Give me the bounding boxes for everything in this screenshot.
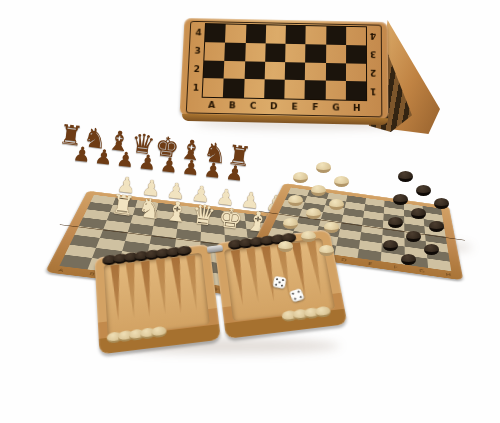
light-checker [301, 231, 316, 242]
square-D2 [264, 61, 285, 80]
light-checker [334, 176, 349, 187]
chess-piece-light: ♞ [136, 193, 163, 223]
rank-label: 4 [195, 27, 202, 37]
square-E1 [284, 80, 305, 99]
square-B4 [225, 24, 246, 42]
light-checker [288, 195, 303, 206]
chess-piece-light: ♝ [163, 197, 190, 227]
dark-checker [424, 244, 439, 255]
light-checker [306, 208, 321, 219]
backgammon-tray-left [94, 244, 221, 355]
square-D1 [264, 80, 285, 99]
square-H3 [346, 45, 366, 64]
chess-piece-dark: ♟ [203, 159, 223, 181]
square-F2 [305, 62, 326, 81]
backgammon-point [231, 250, 248, 308]
chess-piece-light: ♛ [190, 200, 217, 230]
backgammon-points-left [104, 253, 210, 337]
file-label: H [346, 101, 367, 115]
rank-label: 2 [194, 64, 201, 74]
square-A3 [204, 42, 225, 60]
square-D3 [265, 43, 286, 62]
light-checker [293, 172, 308, 183]
die-1 [273, 276, 287, 289]
square-B2 [224, 60, 245, 79]
die-pip [299, 296, 302, 299]
square-H1 [346, 81, 366, 100]
rank-label-mirrored: 4 [370, 31, 376, 41]
folded-board-grid [202, 23, 367, 101]
square-F3 [305, 44, 325, 63]
square-E2 [285, 62, 306, 81]
square-G4 [326, 26, 346, 44]
square-B3 [225, 42, 246, 61]
backgammon-point [186, 255, 201, 313]
dark-checker [434, 198, 449, 209]
chess-piece-dark: ♟ [159, 154, 179, 176]
rank-label: 3 [194, 46, 201, 56]
backgammon-trays [94, 229, 347, 354]
dark-checker [429, 221, 444, 232]
dark-checker [393, 194, 408, 205]
light-checker [316, 162, 331, 173]
light-checker [283, 218, 298, 229]
chess-piece-light: ♜ [109, 190, 136, 220]
backgammon-point [156, 259, 170, 317]
backgammon-point [141, 261, 155, 319]
backgammon-point [246, 248, 263, 306]
light-checker [319, 245, 334, 256]
rim-file-label: A [57, 268, 64, 273]
rank-label: 1 [193, 83, 200, 93]
backgammon-point [171, 257, 186, 315]
chess-piece-dark: ♟ [115, 148, 135, 170]
square-D4 [265, 25, 285, 43]
dark-checker [398, 171, 413, 182]
dark-checker [401, 254, 416, 265]
chess-piece-dark: ♟ [225, 162, 245, 184]
square-C3 [245, 43, 266, 62]
square-G3 [326, 44, 346, 63]
square-C4 [245, 25, 266, 43]
square-G2 [325, 63, 345, 82]
square-E4 [286, 26, 306, 44]
dark-checker [388, 217, 403, 228]
square-H4 [346, 27, 366, 45]
backgammon-point [111, 265, 124, 323]
rank-label-mirrored: 1 [370, 87, 376, 97]
chess-piece-dark: ♟ [72, 143, 92, 165]
square-A2 [204, 60, 225, 79]
chess-piece-dark: ♟ [181, 156, 201, 178]
light-checker [329, 199, 344, 210]
chess-piece-dark: ♟ [137, 151, 157, 173]
backgammon-point [261, 246, 279, 304]
product-photo-scene: 4321 4321 ABCDEFGH ABCDEFGH ♜♞♝♛♚♝♞♜ ♟♟♟… [0, 0, 500, 423]
light-backgammon-checker [151, 326, 167, 338]
square-C2 [244, 61, 265, 80]
light-checker [278, 241, 293, 252]
dark-checker [416, 185, 431, 196]
square-A1 [203, 78, 224, 97]
light-checker [311, 185, 326, 196]
dark-checker [411, 208, 426, 219]
square-C1 [244, 79, 265, 98]
light-checker [324, 222, 339, 233]
chess-piece-light: ♚ [217, 203, 244, 233]
rank-label-mirrored: 3 [370, 49, 376, 59]
backgammon-board [92, 232, 348, 372]
square-F4 [306, 26, 326, 44]
folded-ranks-right: 4321 [367, 26, 379, 101]
dark-checker [383, 240, 398, 251]
light-backgammon-checker [314, 306, 331, 318]
folded-board-front-face: 4321 4321 ABCDEFGH [180, 18, 389, 120]
rank-label-mirrored: 2 [370, 68, 376, 78]
square-E3 [285, 44, 305, 63]
square-F1 [305, 80, 326, 99]
square-G1 [325, 81, 346, 100]
square-H2 [346, 63, 366, 82]
chess-piece-dark: ♟ [94, 146, 114, 168]
dark-backgammon-checker [176, 245, 192, 256]
die-pip [281, 284, 284, 286]
square-A4 [205, 24, 226, 42]
dark-checker [406, 231, 421, 242]
backgammon-point [126, 263, 139, 321]
square-B1 [223, 79, 244, 98]
